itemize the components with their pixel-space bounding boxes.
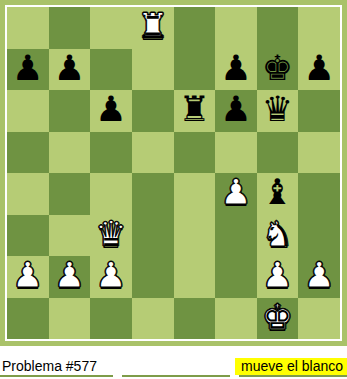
square-h1[interactable] — [298, 298, 340, 340]
square-d8[interactable]: ♜ — [132, 7, 174, 49]
piece-white-rook-d8[interactable]: ♜ — [137, 9, 168, 44]
square-d7[interactable] — [132, 49, 174, 91]
underline-gap — [113, 375, 122, 377]
piece-white-pawn-h2[interactable]: ♟ — [303, 258, 334, 293]
underline-right — [239, 375, 347, 377]
square-d5[interactable] — [132, 132, 174, 174]
square-c3[interactable]: ♛ — [90, 215, 132, 257]
piece-black-pawn-h7[interactable]: ♟ — [303, 51, 334, 86]
square-a4[interactable] — [7, 173, 49, 215]
chess-board-frame: ♜♟♟♟♚♟♟♜♟♛♟♝♛♞♟♟♟♟♟♚ — [0, 0, 347, 346]
square-f2[interactable] — [215, 256, 257, 298]
square-h2[interactable]: ♟ — [298, 256, 340, 298]
square-h8[interactable] — [298, 7, 340, 49]
piece-black-king-g7[interactable]: ♚ — [262, 51, 293, 86]
square-a5[interactable] — [7, 132, 49, 174]
square-b3[interactable] — [49, 215, 91, 257]
square-e3[interactable] — [174, 215, 216, 257]
piece-white-king-g1[interactable]: ♚ — [262, 300, 293, 335]
piece-white-pawn-g2[interactable]: ♟ — [262, 258, 293, 293]
piece-black-queen-g6[interactable]: ♛ — [262, 92, 293, 127]
square-b6[interactable] — [49, 90, 91, 132]
square-a7[interactable]: ♟ — [7, 49, 49, 91]
square-g6[interactable]: ♛ — [257, 90, 299, 132]
square-d3[interactable] — [132, 215, 174, 257]
chess-board-border-line: ♜♟♟♟♚♟♟♜♟♛♟♝♛♞♟♟♟♟♟♚ — [5, 5, 342, 341]
square-f1[interactable] — [215, 298, 257, 340]
piece-black-pawn-f6[interactable]: ♟ — [220, 92, 251, 127]
underline-gap — [230, 375, 239, 377]
square-c5[interactable] — [90, 132, 132, 174]
square-a6[interactable] — [7, 90, 49, 132]
square-f5[interactable] — [215, 132, 257, 174]
underline-left — [0, 375, 113, 377]
square-b7[interactable]: ♟ — [49, 49, 91, 91]
square-c1[interactable] — [90, 298, 132, 340]
square-a8[interactable] — [7, 7, 49, 49]
square-e7[interactable] — [174, 49, 216, 91]
square-g4[interactable]: ♝ — [257, 173, 299, 215]
square-g3[interactable]: ♞ — [257, 215, 299, 257]
piece-white-pawn-a2[interactable]: ♟ — [12, 258, 43, 293]
square-a3[interactable] — [7, 215, 49, 257]
square-d4[interactable] — [132, 173, 174, 215]
square-e2[interactable] — [174, 256, 216, 298]
square-c2[interactable]: ♟ — [90, 256, 132, 298]
square-d6[interactable] — [132, 90, 174, 132]
square-g2[interactable]: ♟ — [257, 256, 299, 298]
square-e1[interactable] — [174, 298, 216, 340]
square-a2[interactable]: ♟ — [7, 256, 49, 298]
square-h6[interactable] — [298, 90, 340, 132]
piece-white-queen-c3[interactable]: ♛ — [95, 217, 126, 252]
underline-middle — [122, 375, 230, 377]
square-h3[interactable] — [298, 215, 340, 257]
square-b5[interactable] — [49, 132, 91, 174]
side-to-move-badge: mueve el blanco — [235, 358, 347, 376]
square-b2[interactable]: ♟ — [49, 256, 91, 298]
square-f8[interactable] — [215, 7, 257, 49]
square-c7[interactable] — [90, 49, 132, 91]
square-d2[interactable] — [132, 256, 174, 298]
piece-black-rook-e6[interactable]: ♜ — [179, 92, 210, 127]
caption-underline-rules — [0, 375, 347, 377]
square-g7[interactable]: ♚ — [257, 49, 299, 91]
square-e6[interactable]: ♜ — [174, 90, 216, 132]
chess-board: ♜♟♟♟♚♟♟♜♟♛♟♝♛♞♟♟♟♟♟♚ — [7, 7, 340, 339]
square-f7[interactable]: ♟ — [215, 49, 257, 91]
square-a1[interactable] — [7, 298, 49, 340]
square-c8[interactable] — [90, 7, 132, 49]
square-e4[interactable] — [174, 173, 216, 215]
piece-black-pawn-c6[interactable]: ♟ — [95, 92, 126, 127]
square-h4[interactable] — [298, 173, 340, 215]
square-e8[interactable] — [174, 7, 216, 49]
chess-problem-page: ♜♟♟♟♚♟♟♜♟♛♟♝♛♞♟♟♟♟♟♚ Problema #577 mueve… — [0, 0, 347, 379]
square-f4[interactable]: ♟ — [215, 173, 257, 215]
square-g5[interactable] — [257, 132, 299, 174]
piece-white-pawn-b2[interactable]: ♟ — [54, 258, 85, 293]
square-h5[interactable] — [298, 132, 340, 174]
piece-black-pawn-a7[interactable]: ♟ — [12, 51, 43, 86]
piece-white-pawn-f4[interactable]: ♟ — [220, 175, 251, 210]
square-b1[interactable] — [49, 298, 91, 340]
square-d1[interactable] — [132, 298, 174, 340]
square-b8[interactable] — [49, 7, 91, 49]
square-g1[interactable]: ♚ — [257, 298, 299, 340]
piece-black-pawn-b7[interactable]: ♟ — [54, 51, 85, 86]
piece-black-bishop-g4[interactable]: ♝ — [262, 175, 293, 210]
square-e5[interactable] — [174, 132, 216, 174]
square-f3[interactable] — [215, 215, 257, 257]
square-c4[interactable] — [90, 173, 132, 215]
piece-white-knight-g3[interactable]: ♞ — [262, 217, 293, 252]
square-h7[interactable]: ♟ — [298, 49, 340, 91]
square-b4[interactable] — [49, 173, 91, 215]
caption-bar: Problema #577 mueve el blanco — [0, 346, 347, 379]
problem-number-label: Problema #577 — [2, 358, 97, 374]
square-c6[interactable]: ♟ — [90, 90, 132, 132]
square-f6[interactable]: ♟ — [215, 90, 257, 132]
piece-white-pawn-c2[interactable]: ♟ — [95, 258, 126, 293]
piece-black-pawn-f7[interactable]: ♟ — [220, 51, 251, 86]
square-g8[interactable] — [257, 7, 299, 49]
